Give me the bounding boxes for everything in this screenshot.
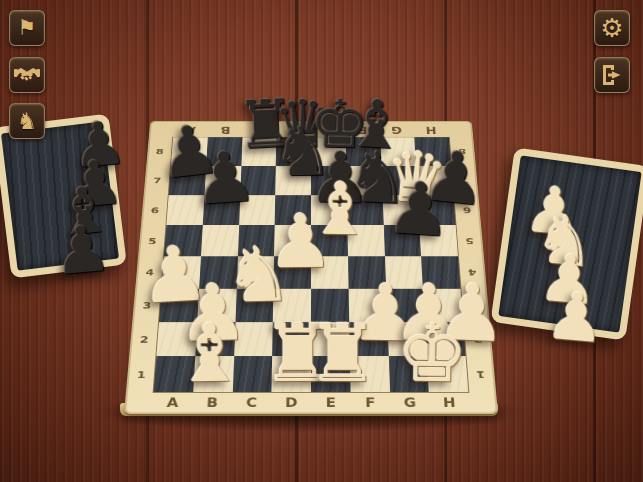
settings-button[interactable]: ⚙	[594, 10, 630, 46]
knight-icon: ♞	[17, 110, 38, 133]
chess-app-scene: AABBCCDDEEFFGGHH1122334455667788 ⚑ ♞	[0, 0, 643, 482]
gear-icon: ⚙	[600, 15, 623, 41]
file-label-bottom-c: C	[246, 397, 257, 409]
exit-button[interactable]	[594, 57, 630, 93]
hint-button[interactable]: ♞	[9, 103, 45, 139]
exit-icon	[600, 63, 624, 87]
resign-button[interactable]: ⚑	[9, 10, 45, 46]
flag-icon: ⚑	[18, 18, 37, 39]
offer-draw-button[interactable]	[9, 57, 45, 93]
handshake-icon	[14, 62, 40, 88]
piece-white-king-g1[interactable]: ♚	[351, 313, 512, 395]
